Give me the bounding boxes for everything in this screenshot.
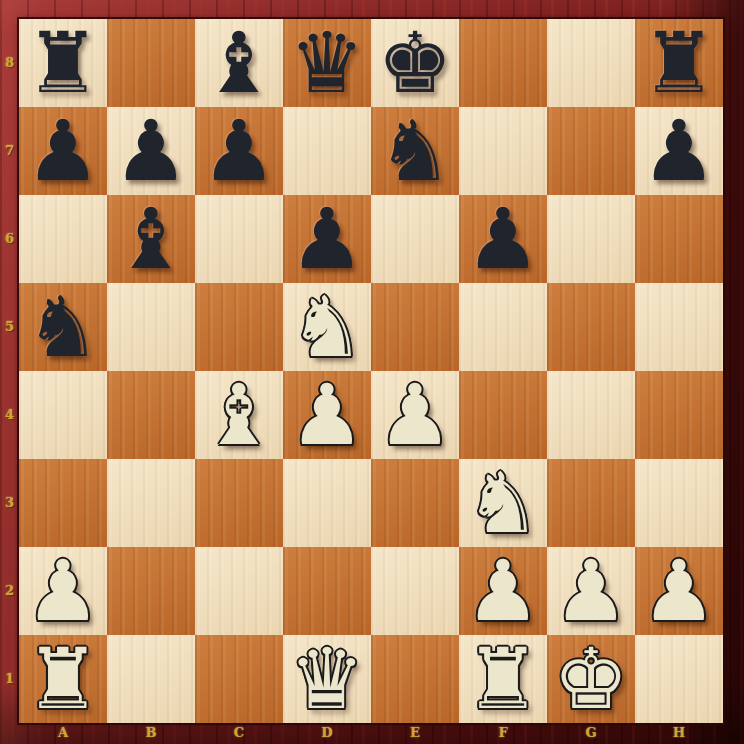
square-g8[interactable] bbox=[547, 19, 635, 107]
square-d4[interactable]: ♟ bbox=[283, 371, 371, 459]
square-d5[interactable]: ♞ bbox=[283, 283, 371, 371]
square-h3[interactable] bbox=[635, 459, 723, 547]
square-g2[interactable]: ♟ bbox=[547, 547, 635, 635]
square-b1[interactable] bbox=[107, 635, 195, 723]
white-pawn-e4[interactable]: ♟ bbox=[377, 371, 452, 459]
chessboard-screenshot: ♜♝♛♚♜♟♟♟♞♟♝♟♟♞♞♝♟♟♞♟♟♟♟♜♛♜♚ 87654321 ABC… bbox=[0, 0, 744, 744]
square-f7[interactable] bbox=[459, 107, 547, 195]
black-pawn-a7[interactable]: ♟ bbox=[25, 107, 100, 195]
square-c4[interactable]: ♝ bbox=[195, 371, 283, 459]
white-knight-d5[interactable]: ♞ bbox=[289, 283, 364, 371]
white-pawn-g2[interactable]: ♟ bbox=[553, 547, 628, 635]
square-a5[interactable]: ♞ bbox=[19, 283, 107, 371]
square-e3[interactable] bbox=[371, 459, 459, 547]
square-a4[interactable] bbox=[19, 371, 107, 459]
square-h2[interactable]: ♟ bbox=[635, 547, 723, 635]
square-b8[interactable] bbox=[107, 19, 195, 107]
white-queen-d1[interactable]: ♛ bbox=[289, 635, 364, 723]
black-knight-e7[interactable]: ♞ bbox=[377, 107, 452, 195]
square-c7[interactable]: ♟ bbox=[195, 107, 283, 195]
square-c3[interactable] bbox=[195, 459, 283, 547]
square-b7[interactable]: ♟ bbox=[107, 107, 195, 195]
square-f4[interactable] bbox=[459, 371, 547, 459]
square-d7[interactable] bbox=[283, 107, 371, 195]
square-b4[interactable] bbox=[107, 371, 195, 459]
square-a7[interactable]: ♟ bbox=[19, 107, 107, 195]
square-g5[interactable] bbox=[547, 283, 635, 371]
square-e7[interactable]: ♞ bbox=[371, 107, 459, 195]
square-c5[interactable] bbox=[195, 283, 283, 371]
square-g3[interactable] bbox=[547, 459, 635, 547]
square-b2[interactable] bbox=[107, 547, 195, 635]
square-e2[interactable] bbox=[371, 547, 459, 635]
white-king-g1[interactable]: ♚ bbox=[553, 635, 628, 723]
square-h5[interactable] bbox=[635, 283, 723, 371]
square-d1[interactable]: ♛ bbox=[283, 635, 371, 723]
black-queen-d8[interactable]: ♛ bbox=[289, 19, 364, 107]
square-h7[interactable]: ♟ bbox=[635, 107, 723, 195]
square-e8[interactable]: ♚ bbox=[371, 19, 459, 107]
square-c1[interactable] bbox=[195, 635, 283, 723]
square-a1[interactable]: ♜ bbox=[19, 635, 107, 723]
black-pawn-h7[interactable]: ♟ bbox=[641, 107, 716, 195]
chess-board: ♜♝♛♚♜♟♟♟♞♟♝♟♟♞♞♝♟♟♞♟♟♟♟♜♛♜♚ bbox=[19, 19, 723, 723]
square-b6[interactable]: ♝ bbox=[107, 195, 195, 283]
square-e1[interactable] bbox=[371, 635, 459, 723]
square-f1[interactable]: ♜ bbox=[459, 635, 547, 723]
square-f8[interactable] bbox=[459, 19, 547, 107]
square-g1[interactable]: ♚ bbox=[547, 635, 635, 723]
square-d6[interactable]: ♟ bbox=[283, 195, 371, 283]
white-rook-a1[interactable]: ♜ bbox=[25, 635, 100, 723]
black-bishop-b6[interactable]: ♝ bbox=[113, 195, 188, 283]
square-e5[interactable] bbox=[371, 283, 459, 371]
square-c2[interactable] bbox=[195, 547, 283, 635]
square-f5[interactable] bbox=[459, 283, 547, 371]
black-knight-a5[interactable]: ♞ bbox=[25, 283, 100, 371]
square-e4[interactable]: ♟ bbox=[371, 371, 459, 459]
white-pawn-d4[interactable]: ♟ bbox=[289, 371, 364, 459]
white-knight-f3[interactable]: ♞ bbox=[465, 459, 540, 547]
square-h4[interactable] bbox=[635, 371, 723, 459]
white-pawn-h2[interactable]: ♟ bbox=[641, 547, 716, 635]
square-a2[interactable]: ♟ bbox=[19, 547, 107, 635]
square-f2[interactable]: ♟ bbox=[459, 547, 547, 635]
white-rook-f1[interactable]: ♜ bbox=[465, 635, 540, 723]
black-pawn-f6[interactable]: ♟ bbox=[465, 195, 540, 283]
square-g6[interactable] bbox=[547, 195, 635, 283]
square-g4[interactable] bbox=[547, 371, 635, 459]
white-pawn-f2[interactable]: ♟ bbox=[465, 547, 540, 635]
square-a6[interactable] bbox=[19, 195, 107, 283]
square-d8[interactable]: ♛ bbox=[283, 19, 371, 107]
black-pawn-b7[interactable]: ♟ bbox=[113, 107, 188, 195]
square-g7[interactable] bbox=[547, 107, 635, 195]
square-h8[interactable]: ♜ bbox=[635, 19, 723, 107]
square-b5[interactable] bbox=[107, 283, 195, 371]
square-c6[interactable] bbox=[195, 195, 283, 283]
square-a3[interactable] bbox=[19, 459, 107, 547]
square-h1[interactable] bbox=[635, 635, 723, 723]
square-b3[interactable] bbox=[107, 459, 195, 547]
square-h6[interactable] bbox=[635, 195, 723, 283]
square-f3[interactable]: ♞ bbox=[459, 459, 547, 547]
black-pawn-d6[interactable]: ♟ bbox=[289, 195, 364, 283]
square-e6[interactable] bbox=[371, 195, 459, 283]
square-d2[interactable] bbox=[283, 547, 371, 635]
white-pawn-a2[interactable]: ♟ bbox=[25, 547, 100, 635]
square-f6[interactable]: ♟ bbox=[459, 195, 547, 283]
square-c8[interactable]: ♝ bbox=[195, 19, 283, 107]
square-d3[interactable] bbox=[283, 459, 371, 547]
black-bishop-c8[interactable]: ♝ bbox=[201, 19, 276, 107]
square-a8[interactable]: ♜ bbox=[19, 19, 107, 107]
white-bishop-c4[interactable]: ♝ bbox=[201, 371, 276, 459]
black-rook-a8[interactable]: ♜ bbox=[25, 19, 100, 107]
black-rook-h8[interactable]: ♜ bbox=[641, 19, 716, 107]
black-pawn-c7[interactable]: ♟ bbox=[201, 107, 276, 195]
black-king-e8[interactable]: ♚ bbox=[377, 19, 452, 107]
